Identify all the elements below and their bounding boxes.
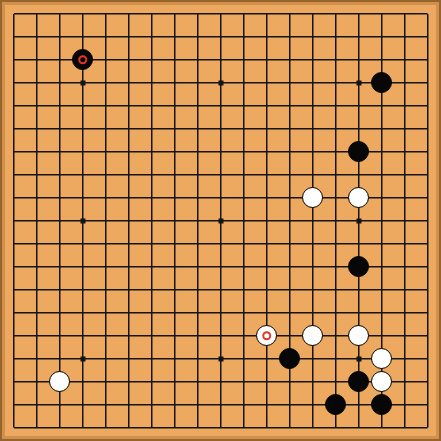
intersection-M8[interactable] <box>255 255 278 278</box>
intersection-S1[interactable] <box>393 416 416 439</box>
intersection-A7[interactable] <box>2 278 25 301</box>
intersection-G19[interactable] <box>140 2 163 25</box>
intersection-C10[interactable] <box>48 209 71 232</box>
intersection-A15[interactable] <box>2 94 25 117</box>
intersection-N14[interactable] <box>278 117 301 140</box>
intersection-A10[interactable] <box>2 209 25 232</box>
intersection-O12[interactable] <box>301 163 324 186</box>
intersection-S15[interactable] <box>393 94 416 117</box>
intersection-E8[interactable] <box>94 255 117 278</box>
intersection-M6[interactable] <box>255 301 278 324</box>
intersection-F16[interactable] <box>117 71 140 94</box>
intersection-B4[interactable] <box>25 347 48 370</box>
intersection-P2[interactable] <box>324 393 347 416</box>
intersection-H14[interactable] <box>163 117 186 140</box>
intersection-H13[interactable] <box>163 140 186 163</box>
intersection-N1[interactable] <box>278 416 301 439</box>
intersection-M14[interactable] <box>255 117 278 140</box>
intersection-C7[interactable] <box>48 278 71 301</box>
intersection-J1[interactable] <box>186 416 209 439</box>
intersection-P11[interactable] <box>324 186 347 209</box>
intersection-J15[interactable] <box>186 94 209 117</box>
intersection-E5[interactable] <box>94 324 117 347</box>
intersection-E18[interactable] <box>94 25 117 48</box>
intersection-J16[interactable] <box>186 71 209 94</box>
intersection-O3[interactable] <box>301 370 324 393</box>
intersection-H4[interactable] <box>163 347 186 370</box>
intersection-C18[interactable] <box>48 25 71 48</box>
intersection-P15[interactable] <box>324 94 347 117</box>
intersection-B17[interactable] <box>25 48 48 71</box>
intersection-G10[interactable] <box>140 209 163 232</box>
intersection-K6[interactable] <box>209 301 232 324</box>
intersection-S7[interactable] <box>393 278 416 301</box>
intersection-T14[interactable] <box>416 117 439 140</box>
intersection-T10[interactable] <box>416 209 439 232</box>
intersection-M3[interactable] <box>255 370 278 393</box>
intersection-A3[interactable] <box>2 370 25 393</box>
intersection-A1[interactable] <box>2 416 25 439</box>
intersection-C15[interactable] <box>48 94 71 117</box>
intersection-O8[interactable] <box>301 255 324 278</box>
intersection-T2[interactable] <box>416 393 439 416</box>
intersection-T8[interactable] <box>416 255 439 278</box>
intersection-K13[interactable] <box>209 140 232 163</box>
intersection-T3[interactable] <box>416 370 439 393</box>
intersection-T17[interactable] <box>416 48 439 71</box>
intersection-D14[interactable] <box>71 117 94 140</box>
intersection-Q10[interactable] <box>347 209 370 232</box>
intersection-C14[interactable] <box>48 117 71 140</box>
intersection-H10[interactable] <box>163 209 186 232</box>
intersection-L17[interactable] <box>232 48 255 71</box>
intersection-O15[interactable] <box>301 94 324 117</box>
intersection-R15[interactable] <box>370 94 393 117</box>
intersection-S2[interactable] <box>393 393 416 416</box>
intersection-G2[interactable] <box>140 393 163 416</box>
intersection-O19[interactable] <box>301 2 324 25</box>
intersection-J10[interactable] <box>186 209 209 232</box>
intersection-M5[interactable] <box>255 324 278 347</box>
intersection-R6[interactable] <box>370 301 393 324</box>
intersection-J11[interactable] <box>186 186 209 209</box>
intersection-E9[interactable] <box>94 232 117 255</box>
intersection-S3[interactable] <box>393 370 416 393</box>
intersection-F17[interactable] <box>117 48 140 71</box>
intersection-Q13[interactable] <box>347 140 370 163</box>
intersection-K14[interactable] <box>209 117 232 140</box>
intersection-E15[interactable] <box>94 94 117 117</box>
intersection-F18[interactable] <box>117 25 140 48</box>
intersection-T16[interactable] <box>416 71 439 94</box>
intersection-P8[interactable] <box>324 255 347 278</box>
intersection-M12[interactable] <box>255 163 278 186</box>
intersection-G12[interactable] <box>140 163 163 186</box>
intersection-A13[interactable] <box>2 140 25 163</box>
intersection-M18[interactable] <box>255 25 278 48</box>
intersection-Q11[interactable] <box>347 186 370 209</box>
intersection-K9[interactable] <box>209 232 232 255</box>
intersection-J2[interactable] <box>186 393 209 416</box>
intersection-A18[interactable] <box>2 25 25 48</box>
intersection-L7[interactable] <box>232 278 255 301</box>
intersection-M19[interactable] <box>255 2 278 25</box>
intersection-J14[interactable] <box>186 117 209 140</box>
intersection-N15[interactable] <box>278 94 301 117</box>
intersection-F8[interactable] <box>117 255 140 278</box>
intersection-L1[interactable] <box>232 416 255 439</box>
intersection-M1[interactable] <box>255 416 278 439</box>
intersection-G4[interactable] <box>140 347 163 370</box>
intersection-K12[interactable] <box>209 163 232 186</box>
intersection-R11[interactable] <box>370 186 393 209</box>
intersection-J19[interactable] <box>186 2 209 25</box>
intersection-Q18[interactable] <box>347 25 370 48</box>
intersection-K1[interactable] <box>209 416 232 439</box>
intersection-Q4[interactable] <box>347 347 370 370</box>
intersection-K15[interactable] <box>209 94 232 117</box>
intersection-D15[interactable] <box>71 94 94 117</box>
intersection-E13[interactable] <box>94 140 117 163</box>
intersection-E3[interactable] <box>94 370 117 393</box>
intersection-D16[interactable] <box>71 71 94 94</box>
intersection-R14[interactable] <box>370 117 393 140</box>
intersection-H3[interactable] <box>163 370 186 393</box>
intersection-R17[interactable] <box>370 48 393 71</box>
intersection-R12[interactable] <box>370 163 393 186</box>
intersection-N10[interactable] <box>278 209 301 232</box>
intersection-L10[interactable] <box>232 209 255 232</box>
intersection-L5[interactable] <box>232 324 255 347</box>
intersection-N11[interactable] <box>278 186 301 209</box>
intersection-J8[interactable] <box>186 255 209 278</box>
intersection-H2[interactable] <box>163 393 186 416</box>
intersection-A8[interactable] <box>2 255 25 278</box>
intersection-L15[interactable] <box>232 94 255 117</box>
intersection-C12[interactable] <box>48 163 71 186</box>
intersection-E10[interactable] <box>94 209 117 232</box>
intersection-M11[interactable] <box>255 186 278 209</box>
intersection-G15[interactable] <box>140 94 163 117</box>
intersection-Q5[interactable] <box>347 324 370 347</box>
intersection-P16[interactable] <box>324 71 347 94</box>
intersection-H8[interactable] <box>163 255 186 278</box>
intersection-B14[interactable] <box>25 117 48 140</box>
intersection-O13[interactable] <box>301 140 324 163</box>
intersection-G16[interactable] <box>140 71 163 94</box>
intersection-S12[interactable] <box>393 163 416 186</box>
intersection-R7[interactable] <box>370 278 393 301</box>
intersection-C11[interactable] <box>48 186 71 209</box>
intersection-P18[interactable] <box>324 25 347 48</box>
intersection-L13[interactable] <box>232 140 255 163</box>
intersection-E6[interactable] <box>94 301 117 324</box>
intersection-N12[interactable] <box>278 163 301 186</box>
intersection-N4[interactable] <box>278 347 301 370</box>
intersection-S18[interactable] <box>393 25 416 48</box>
intersection-S11[interactable] <box>393 186 416 209</box>
intersection-E19[interactable] <box>94 2 117 25</box>
intersection-G8[interactable] <box>140 255 163 278</box>
intersection-P4[interactable] <box>324 347 347 370</box>
intersection-G5[interactable] <box>140 324 163 347</box>
intersection-D17[interactable] <box>71 48 94 71</box>
intersection-A12[interactable] <box>2 163 25 186</box>
intersection-K10[interactable] <box>209 209 232 232</box>
intersection-S4[interactable] <box>393 347 416 370</box>
intersection-R16[interactable] <box>370 71 393 94</box>
intersection-O4[interactable] <box>301 347 324 370</box>
intersection-S9[interactable] <box>393 232 416 255</box>
intersection-T6[interactable] <box>416 301 439 324</box>
intersection-T4[interactable] <box>416 347 439 370</box>
intersection-L4[interactable] <box>232 347 255 370</box>
intersection-N3[interactable] <box>278 370 301 393</box>
intersection-T7[interactable] <box>416 278 439 301</box>
intersection-P1[interactable] <box>324 416 347 439</box>
intersection-K4[interactable] <box>209 347 232 370</box>
intersection-C6[interactable] <box>48 301 71 324</box>
intersection-M13[interactable] <box>255 140 278 163</box>
intersection-P10[interactable] <box>324 209 347 232</box>
intersection-T18[interactable] <box>416 25 439 48</box>
intersection-L19[interactable] <box>232 2 255 25</box>
intersection-B11[interactable] <box>25 186 48 209</box>
intersection-H6[interactable] <box>163 301 186 324</box>
intersection-Q3[interactable] <box>347 370 370 393</box>
intersection-H12[interactable] <box>163 163 186 186</box>
intersection-O9[interactable] <box>301 232 324 255</box>
intersection-T9[interactable] <box>416 232 439 255</box>
intersection-G14[interactable] <box>140 117 163 140</box>
intersection-S14[interactable] <box>393 117 416 140</box>
intersection-D2[interactable] <box>71 393 94 416</box>
intersection-K2[interactable] <box>209 393 232 416</box>
intersection-F9[interactable] <box>117 232 140 255</box>
intersection-H17[interactable] <box>163 48 186 71</box>
intersection-K16[interactable] <box>209 71 232 94</box>
intersection-G9[interactable] <box>140 232 163 255</box>
intersection-D1[interactable] <box>71 416 94 439</box>
intersection-G18[interactable] <box>140 25 163 48</box>
intersection-G1[interactable] <box>140 416 163 439</box>
intersection-A19[interactable] <box>2 2 25 25</box>
intersection-N13[interactable] <box>278 140 301 163</box>
intersection-E11[interactable] <box>94 186 117 209</box>
intersection-Q8[interactable] <box>347 255 370 278</box>
intersection-R9[interactable] <box>370 232 393 255</box>
intersection-C9[interactable] <box>48 232 71 255</box>
intersection-N19[interactable] <box>278 2 301 25</box>
intersection-C19[interactable] <box>48 2 71 25</box>
intersection-B12[interactable] <box>25 163 48 186</box>
intersection-M17[interactable] <box>255 48 278 71</box>
intersection-H19[interactable] <box>163 2 186 25</box>
intersection-T5[interactable] <box>416 324 439 347</box>
intersection-C13[interactable] <box>48 140 71 163</box>
intersection-F7[interactable] <box>117 278 140 301</box>
intersection-A11[interactable] <box>2 186 25 209</box>
intersection-C17[interactable] <box>48 48 71 71</box>
intersection-A17[interactable] <box>2 48 25 71</box>
intersection-Q2[interactable] <box>347 393 370 416</box>
intersection-M10[interactable] <box>255 209 278 232</box>
intersection-L8[interactable] <box>232 255 255 278</box>
intersection-R19[interactable] <box>370 2 393 25</box>
intersection-F15[interactable] <box>117 94 140 117</box>
intersection-K18[interactable] <box>209 25 232 48</box>
intersection-S16[interactable] <box>393 71 416 94</box>
intersection-N2[interactable] <box>278 393 301 416</box>
intersection-R3[interactable] <box>370 370 393 393</box>
intersection-P9[interactable] <box>324 232 347 255</box>
intersection-T19[interactable] <box>416 2 439 25</box>
intersection-N18[interactable] <box>278 25 301 48</box>
intersection-B6[interactable] <box>25 301 48 324</box>
intersection-F4[interactable] <box>117 347 140 370</box>
intersection-Q9[interactable] <box>347 232 370 255</box>
intersection-J13[interactable] <box>186 140 209 163</box>
intersection-E17[interactable] <box>94 48 117 71</box>
intersection-J12[interactable] <box>186 163 209 186</box>
intersection-B16[interactable] <box>25 71 48 94</box>
intersection-H15[interactable] <box>163 94 186 117</box>
intersection-E7[interactable] <box>94 278 117 301</box>
intersection-G6[interactable] <box>140 301 163 324</box>
intersection-K17[interactable] <box>209 48 232 71</box>
intersection-K5[interactable] <box>209 324 232 347</box>
intersection-L12[interactable] <box>232 163 255 186</box>
intersection-L16[interactable] <box>232 71 255 94</box>
intersection-A5[interactable] <box>2 324 25 347</box>
intersection-E12[interactable] <box>94 163 117 186</box>
intersection-B19[interactable] <box>25 2 48 25</box>
intersection-K8[interactable] <box>209 255 232 278</box>
intersection-P13[interactable] <box>324 140 347 163</box>
intersection-H5[interactable] <box>163 324 186 347</box>
intersection-T15[interactable] <box>416 94 439 117</box>
intersection-E16[interactable] <box>94 71 117 94</box>
intersection-K3[interactable] <box>209 370 232 393</box>
intersection-D3[interactable] <box>71 370 94 393</box>
intersection-D4[interactable] <box>71 347 94 370</box>
intersection-J6[interactable] <box>186 301 209 324</box>
intersection-F2[interactable] <box>117 393 140 416</box>
intersection-B13[interactable] <box>25 140 48 163</box>
intersection-D12[interactable] <box>71 163 94 186</box>
intersection-S10[interactable] <box>393 209 416 232</box>
intersection-A6[interactable] <box>2 301 25 324</box>
intersection-L2[interactable] <box>232 393 255 416</box>
intersection-F11[interactable] <box>117 186 140 209</box>
intersection-E14[interactable] <box>94 117 117 140</box>
intersection-D7[interactable] <box>71 278 94 301</box>
intersection-G13[interactable] <box>140 140 163 163</box>
intersection-B7[interactable] <box>25 278 48 301</box>
intersection-D19[interactable] <box>71 2 94 25</box>
intersection-M7[interactable] <box>255 278 278 301</box>
intersection-M9[interactable] <box>255 232 278 255</box>
intersection-H11[interactable] <box>163 186 186 209</box>
intersection-D6[interactable] <box>71 301 94 324</box>
intersection-C4[interactable] <box>48 347 71 370</box>
intersection-Q7[interactable] <box>347 278 370 301</box>
intersection-P7[interactable] <box>324 278 347 301</box>
intersection-E4[interactable] <box>94 347 117 370</box>
intersection-C1[interactable] <box>48 416 71 439</box>
intersection-F13[interactable] <box>117 140 140 163</box>
intersection-J5[interactable] <box>186 324 209 347</box>
intersection-A2[interactable] <box>2 393 25 416</box>
intersection-P3[interactable] <box>324 370 347 393</box>
intersection-D18[interactable] <box>71 25 94 48</box>
intersection-B8[interactable] <box>25 255 48 278</box>
intersection-F14[interactable] <box>117 117 140 140</box>
intersection-S13[interactable] <box>393 140 416 163</box>
intersection-L9[interactable] <box>232 232 255 255</box>
intersection-M15[interactable] <box>255 94 278 117</box>
intersection-G7[interactable] <box>140 278 163 301</box>
intersection-A4[interactable] <box>2 347 25 370</box>
intersection-F3[interactable] <box>117 370 140 393</box>
intersection-A9[interactable] <box>2 232 25 255</box>
intersection-K19[interactable] <box>209 2 232 25</box>
intersection-B3[interactable] <box>25 370 48 393</box>
intersection-E1[interactable] <box>94 416 117 439</box>
intersection-F10[interactable] <box>117 209 140 232</box>
intersection-D13[interactable] <box>71 140 94 163</box>
intersection-J7[interactable] <box>186 278 209 301</box>
intersection-H7[interactable] <box>163 278 186 301</box>
intersection-O1[interactable] <box>301 416 324 439</box>
intersection-O11[interactable] <box>301 186 324 209</box>
intersection-S17[interactable] <box>393 48 416 71</box>
intersection-Q17[interactable] <box>347 48 370 71</box>
intersection-Q12[interactable] <box>347 163 370 186</box>
intersection-N6[interactable] <box>278 301 301 324</box>
intersection-J3[interactable] <box>186 370 209 393</box>
intersection-L11[interactable] <box>232 186 255 209</box>
intersection-D11[interactable] <box>71 186 94 209</box>
intersection-L14[interactable] <box>232 117 255 140</box>
intersection-G3[interactable] <box>140 370 163 393</box>
intersection-C2[interactable] <box>48 393 71 416</box>
intersection-O10[interactable] <box>301 209 324 232</box>
intersection-S8[interactable] <box>393 255 416 278</box>
intersection-G11[interactable] <box>140 186 163 209</box>
intersection-B2[interactable] <box>25 393 48 416</box>
intersection-S5[interactable] <box>393 324 416 347</box>
intersection-H9[interactable] <box>163 232 186 255</box>
intersection-O14[interactable] <box>301 117 324 140</box>
intersection-O6[interactable] <box>301 301 324 324</box>
intersection-O7[interactable] <box>301 278 324 301</box>
intersection-L18[interactable] <box>232 25 255 48</box>
intersection-N5[interactable] <box>278 324 301 347</box>
intersection-F12[interactable] <box>117 163 140 186</box>
intersection-D9[interactable] <box>71 232 94 255</box>
intersection-Q15[interactable] <box>347 94 370 117</box>
intersection-R2[interactable] <box>370 393 393 416</box>
intersection-J17[interactable] <box>186 48 209 71</box>
intersection-R8[interactable] <box>370 255 393 278</box>
intersection-B9[interactable] <box>25 232 48 255</box>
intersection-T12[interactable] <box>416 163 439 186</box>
intersection-R13[interactable] <box>370 140 393 163</box>
intersection-M2[interactable] <box>255 393 278 416</box>
intersection-P14[interactable] <box>324 117 347 140</box>
intersection-A16[interactable] <box>2 71 25 94</box>
